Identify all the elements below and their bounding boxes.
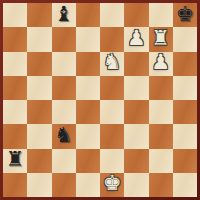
square-e2[interactable] bbox=[100, 149, 124, 173]
square-c8[interactable]: ♝ bbox=[52, 3, 76, 27]
board-frame: ♝♚♟♜♞♟♞♜♚ bbox=[0, 0, 200, 200]
chess-board: ♝♚♟♜♞♟♞♜♚ bbox=[3, 3, 197, 197]
square-h2[interactable] bbox=[173, 149, 197, 173]
black-king[interactable]: ♚ bbox=[175, 4, 194, 25]
square-d4[interactable] bbox=[76, 100, 100, 124]
square-d6[interactable] bbox=[76, 52, 100, 76]
square-e6[interactable]: ♞ bbox=[100, 52, 124, 76]
white-king[interactable]: ♚ bbox=[103, 173, 122, 194]
square-c3[interactable]: ♞ bbox=[52, 124, 76, 148]
square-c5[interactable] bbox=[52, 76, 76, 100]
square-g4[interactable] bbox=[149, 100, 173, 124]
square-f5[interactable] bbox=[124, 76, 148, 100]
square-d8[interactable] bbox=[76, 3, 100, 27]
square-a7[interactable] bbox=[3, 27, 27, 51]
white-pawn[interactable]: ♟ bbox=[151, 52, 170, 73]
square-c4[interactable] bbox=[52, 100, 76, 124]
square-b4[interactable] bbox=[27, 100, 51, 124]
square-g3[interactable] bbox=[149, 124, 173, 148]
white-pawn[interactable]: ♟ bbox=[127, 28, 146, 49]
square-e4[interactable] bbox=[100, 100, 124, 124]
square-b8[interactable] bbox=[27, 3, 51, 27]
square-b2[interactable] bbox=[27, 149, 51, 173]
square-c7[interactable] bbox=[52, 27, 76, 51]
square-e1[interactable]: ♚ bbox=[100, 173, 124, 197]
square-e3[interactable] bbox=[100, 124, 124, 148]
square-a4[interactable] bbox=[3, 100, 27, 124]
square-b7[interactable] bbox=[27, 27, 51, 51]
square-d1[interactable] bbox=[76, 173, 100, 197]
square-b1[interactable] bbox=[27, 173, 51, 197]
square-f8[interactable] bbox=[124, 3, 148, 27]
square-h8[interactable]: ♚ bbox=[173, 3, 197, 27]
square-g8[interactable] bbox=[149, 3, 173, 27]
square-h4[interactable] bbox=[173, 100, 197, 124]
square-b5[interactable] bbox=[27, 76, 51, 100]
square-f2[interactable] bbox=[124, 149, 148, 173]
square-d5[interactable] bbox=[76, 76, 100, 100]
white-rook[interactable]: ♜ bbox=[151, 28, 170, 49]
square-c2[interactable] bbox=[52, 149, 76, 173]
square-a8[interactable] bbox=[3, 3, 27, 27]
square-b6[interactable] bbox=[27, 52, 51, 76]
square-g2[interactable] bbox=[149, 149, 173, 173]
square-d3[interactable] bbox=[76, 124, 100, 148]
square-d7[interactable] bbox=[76, 27, 100, 51]
square-c1[interactable] bbox=[52, 173, 76, 197]
square-a5[interactable] bbox=[3, 76, 27, 100]
square-b3[interactable] bbox=[27, 124, 51, 148]
square-a1[interactable] bbox=[3, 173, 27, 197]
white-knight[interactable]: ♞ bbox=[103, 52, 122, 73]
square-h1[interactable] bbox=[173, 173, 197, 197]
square-f3[interactable] bbox=[124, 124, 148, 148]
square-h7[interactable] bbox=[173, 27, 197, 51]
square-g7[interactable]: ♜ bbox=[149, 27, 173, 51]
black-bishop[interactable]: ♝ bbox=[54, 4, 73, 25]
square-g6[interactable]: ♟ bbox=[149, 52, 173, 76]
square-f6[interactable] bbox=[124, 52, 148, 76]
square-a2[interactable]: ♜ bbox=[3, 149, 27, 173]
square-d2[interactable] bbox=[76, 149, 100, 173]
square-g1[interactable] bbox=[149, 173, 173, 197]
square-e7[interactable] bbox=[100, 27, 124, 51]
square-e8[interactable] bbox=[100, 3, 124, 27]
square-e5[interactable] bbox=[100, 76, 124, 100]
black-knight[interactable]: ♞ bbox=[54, 125, 73, 146]
square-f4[interactable] bbox=[124, 100, 148, 124]
square-h6[interactable] bbox=[173, 52, 197, 76]
square-f1[interactable] bbox=[124, 173, 148, 197]
square-a3[interactable] bbox=[3, 124, 27, 148]
square-h3[interactable] bbox=[173, 124, 197, 148]
square-g5[interactable] bbox=[149, 76, 173, 100]
square-f7[interactable]: ♟ bbox=[124, 27, 148, 51]
square-c6[interactable] bbox=[52, 52, 76, 76]
square-h5[interactable] bbox=[173, 76, 197, 100]
black-rook[interactable]: ♜ bbox=[6, 149, 25, 170]
square-a6[interactable] bbox=[3, 52, 27, 76]
